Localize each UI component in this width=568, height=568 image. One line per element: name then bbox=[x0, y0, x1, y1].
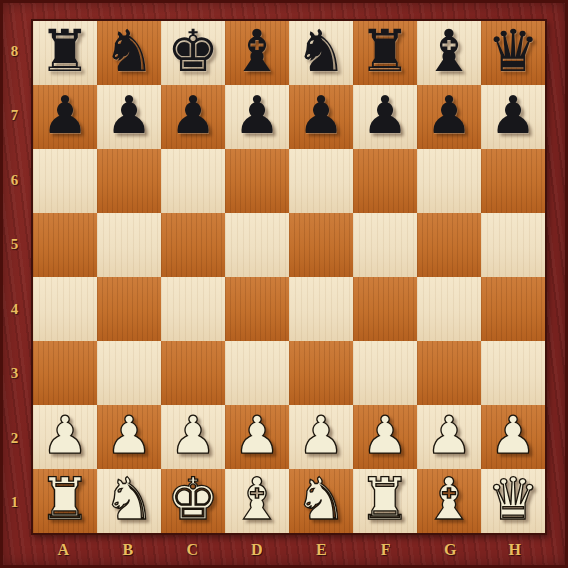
black-knight[interactable]: ♞ bbox=[295, 22, 347, 80]
white-king[interactable]: ♚ bbox=[167, 470, 219, 528]
square-d1[interactable]: ♝ bbox=[225, 469, 289, 533]
square-d2[interactable]: ♟ bbox=[225, 405, 289, 469]
file-label-d: D bbox=[225, 535, 290, 565]
square-b8[interactable]: ♞ bbox=[97, 21, 161, 85]
white-pawn[interactable]: ♟ bbox=[298, 409, 345, 461]
chess-board: ♜♞♚♝♞♜♝♛♟♟♟♟♟♟♟♟♟♟♟♟♟♟♟♟♜♞♚♝♞♜♝♛ bbox=[31, 19, 547, 535]
black-pawn[interactable]: ♟ bbox=[490, 89, 537, 141]
square-b1[interactable]: ♞ bbox=[97, 469, 161, 533]
square-a3[interactable] bbox=[33, 341, 97, 405]
rank-label-2: 2 bbox=[0, 406, 29, 471]
black-bishop[interactable]: ♝ bbox=[231, 22, 283, 80]
rank-label-8: 8 bbox=[0, 19, 29, 84]
black-knight[interactable]: ♞ bbox=[103, 22, 155, 80]
black-pawn[interactable]: ♟ bbox=[234, 89, 281, 141]
square-e7[interactable]: ♟ bbox=[289, 85, 353, 149]
square-c3[interactable] bbox=[161, 341, 225, 405]
rank-label-5: 5 bbox=[0, 213, 29, 278]
square-f1[interactable]: ♜ bbox=[353, 469, 417, 533]
square-e6[interactable] bbox=[289, 149, 353, 213]
square-g1[interactable]: ♝ bbox=[417, 469, 481, 533]
square-g7[interactable]: ♟ bbox=[417, 85, 481, 149]
square-h5[interactable] bbox=[481, 213, 545, 277]
square-h8[interactable]: ♛ bbox=[481, 21, 545, 85]
square-c1[interactable]: ♚ bbox=[161, 469, 225, 533]
square-g2[interactable]: ♟ bbox=[417, 405, 481, 469]
white-pawn[interactable]: ♟ bbox=[106, 409, 153, 461]
square-d7[interactable]: ♟ bbox=[225, 85, 289, 149]
black-pawn[interactable]: ♟ bbox=[362, 89, 409, 141]
square-g5[interactable] bbox=[417, 213, 481, 277]
white-rook[interactable]: ♜ bbox=[39, 470, 91, 528]
square-f7[interactable]: ♟ bbox=[353, 85, 417, 149]
white-bishop[interactable]: ♝ bbox=[231, 470, 283, 528]
square-g3[interactable] bbox=[417, 341, 481, 405]
square-a6[interactable] bbox=[33, 149, 97, 213]
square-f4[interactable] bbox=[353, 277, 417, 341]
square-c6[interactable] bbox=[161, 149, 225, 213]
file-label-h: H bbox=[483, 535, 548, 565]
black-queen[interactable]: ♛ bbox=[487, 22, 539, 80]
rank-label-3: 3 bbox=[0, 342, 29, 407]
square-b2[interactable]: ♟ bbox=[97, 405, 161, 469]
black-pawn[interactable]: ♟ bbox=[170, 89, 217, 141]
white-pawn[interactable]: ♟ bbox=[362, 409, 409, 461]
rank-label-4: 4 bbox=[0, 277, 29, 342]
file-label-c: C bbox=[160, 535, 225, 565]
square-f3[interactable] bbox=[353, 341, 417, 405]
square-c5[interactable] bbox=[161, 213, 225, 277]
file-label-e: E bbox=[289, 535, 354, 565]
black-rook[interactable]: ♜ bbox=[359, 22, 411, 80]
black-pawn[interactable]: ♟ bbox=[106, 89, 153, 141]
square-b4[interactable] bbox=[97, 277, 161, 341]
square-b6[interactable] bbox=[97, 149, 161, 213]
square-h1[interactable]: ♛ bbox=[481, 469, 545, 533]
white-rook[interactable]: ♜ bbox=[359, 470, 411, 528]
square-a7[interactable]: ♟ bbox=[33, 85, 97, 149]
white-pawn[interactable]: ♟ bbox=[170, 409, 217, 461]
white-pawn[interactable]: ♟ bbox=[490, 409, 537, 461]
white-pawn[interactable]: ♟ bbox=[234, 409, 281, 461]
white-knight[interactable]: ♞ bbox=[295, 470, 347, 528]
square-e8[interactable]: ♞ bbox=[289, 21, 353, 85]
square-g8[interactable]: ♝ bbox=[417, 21, 481, 85]
square-c7[interactable]: ♟ bbox=[161, 85, 225, 149]
square-e1[interactable]: ♞ bbox=[289, 469, 353, 533]
square-b3[interactable] bbox=[97, 341, 161, 405]
square-f2[interactable]: ♟ bbox=[353, 405, 417, 469]
square-d8[interactable]: ♝ bbox=[225, 21, 289, 85]
square-a8[interactable]: ♜ bbox=[33, 21, 97, 85]
square-e5[interactable] bbox=[289, 213, 353, 277]
square-h4[interactable] bbox=[481, 277, 545, 341]
white-pawn[interactable]: ♟ bbox=[426, 409, 473, 461]
black-pawn[interactable]: ♟ bbox=[298, 89, 345, 141]
white-pawn[interactable]: ♟ bbox=[42, 409, 89, 461]
black-king[interactable]: ♚ bbox=[167, 22, 219, 80]
white-queen[interactable]: ♛ bbox=[487, 470, 539, 528]
rank-label-1: 1 bbox=[0, 471, 29, 536]
square-c8[interactable]: ♚ bbox=[161, 21, 225, 85]
square-c2[interactable]: ♟ bbox=[161, 405, 225, 469]
file-label-g: G bbox=[418, 535, 483, 565]
black-rook[interactable]: ♜ bbox=[39, 22, 91, 80]
rank-label-7: 7 bbox=[0, 84, 29, 149]
square-h7[interactable]: ♟ bbox=[481, 85, 545, 149]
white-bishop[interactable]: ♝ bbox=[423, 470, 475, 528]
square-d4[interactable] bbox=[225, 277, 289, 341]
black-pawn[interactable]: ♟ bbox=[426, 89, 473, 141]
square-e3[interactable] bbox=[289, 341, 353, 405]
square-a5[interactable] bbox=[33, 213, 97, 277]
square-h3[interactable] bbox=[481, 341, 545, 405]
chess-board-frame: ♜♞♚♝♞♜♝♛♟♟♟♟♟♟♟♟♟♟♟♟♟♟♟♟♜♞♚♝♞♜♝♛ 8765432… bbox=[0, 0, 568, 568]
file-label-b: B bbox=[96, 535, 161, 565]
file-label-f: F bbox=[354, 535, 419, 565]
white-knight[interactable]: ♞ bbox=[103, 470, 155, 528]
square-g4[interactable] bbox=[417, 277, 481, 341]
square-a2[interactable]: ♟ bbox=[33, 405, 97, 469]
square-f8[interactable]: ♜ bbox=[353, 21, 417, 85]
square-h2[interactable]: ♟ bbox=[481, 405, 545, 469]
square-f5[interactable] bbox=[353, 213, 417, 277]
square-b7[interactable]: ♟ bbox=[97, 85, 161, 149]
square-c4[interactable] bbox=[161, 277, 225, 341]
square-d3[interactable] bbox=[225, 341, 289, 405]
square-g6[interactable] bbox=[417, 149, 481, 213]
square-d5[interactable] bbox=[225, 213, 289, 277]
file-label-a: A bbox=[31, 535, 96, 565]
square-a1[interactable]: ♜ bbox=[33, 469, 97, 533]
black-bishop[interactable]: ♝ bbox=[423, 22, 475, 80]
square-a4[interactable] bbox=[33, 277, 97, 341]
rank-label-6: 6 bbox=[0, 148, 29, 213]
square-h6[interactable] bbox=[481, 149, 545, 213]
square-e2[interactable]: ♟ bbox=[289, 405, 353, 469]
square-d6[interactable] bbox=[225, 149, 289, 213]
square-b5[interactable] bbox=[97, 213, 161, 277]
square-f6[interactable] bbox=[353, 149, 417, 213]
square-e4[interactable] bbox=[289, 277, 353, 341]
black-pawn[interactable]: ♟ bbox=[42, 89, 89, 141]
